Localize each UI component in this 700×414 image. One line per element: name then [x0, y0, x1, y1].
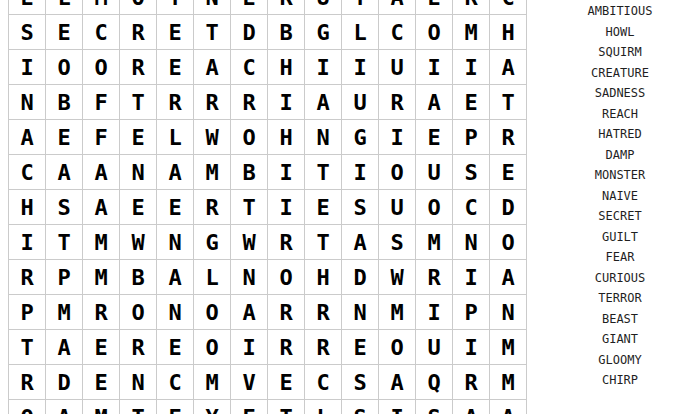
grid-cell[interactable]: O [83, 50, 120, 85]
word-list-item: TERROR [540, 288, 700, 309]
grid-cell[interactable]: O [194, 295, 231, 330]
grid-cell[interactable]: O [416, 15, 453, 50]
grid-cell[interactable]: U [342, 85, 379, 120]
word-list-item: CURIOUS [540, 268, 700, 289]
grid-cell[interactable]: E [416, 120, 453, 155]
grid-cell[interactable]: A [379, 365, 416, 400]
grid-cell[interactable]: I [342, 50, 379, 85]
grid-cell[interactable]: L [305, 400, 342, 414]
grid-cell[interactable]: U [416, 155, 453, 190]
grid-cell[interactable]: T [120, 85, 157, 120]
grid-cell[interactable]: A [379, 0, 416, 15]
word-list-item: NAIVE [540, 186, 700, 207]
grid-cell[interactable]: I [453, 50, 490, 85]
grid-cell[interactable]: O [416, 190, 453, 225]
grid-cell[interactable]: W [120, 225, 157, 260]
grid-cell[interactable]: R [268, 0, 305, 15]
grid-cell[interactable]: R [120, 15, 157, 50]
grid-cell[interactable]: D [490, 190, 527, 225]
grid-cell[interactable]: M [490, 330, 527, 365]
grid-cell[interactable]: R [268, 295, 305, 330]
grid-cell[interactable]: E [157, 400, 194, 414]
grid-cell[interactable]: O [9, 400, 46, 414]
grid-cell[interactable]: T [305, 155, 342, 190]
grid-cell[interactable]: R [305, 330, 342, 365]
grid-cell[interactable]: T [157, 0, 194, 15]
word-list-item: SECRET [540, 206, 700, 227]
grid-cell[interactable]: R [305, 295, 342, 330]
grid-cell[interactable]: O [231, 120, 268, 155]
grid-cell[interactable]: O [490, 225, 527, 260]
grid-cell[interactable]: G [194, 225, 231, 260]
grid-cell[interactable]: B [46, 85, 83, 120]
grid-cell[interactable]: S [9, 15, 46, 50]
grid-cell[interactable]: A [231, 295, 268, 330]
grid-cell[interactable]: O [120, 0, 157, 15]
grid-cell[interactable]: A [46, 155, 83, 190]
grid-cell[interactable]: S [46, 190, 83, 225]
grid-cell[interactable]: P [9, 295, 46, 330]
grid-cell[interactable]: R [490, 120, 527, 155]
grid-cell[interactable]: A [342, 225, 379, 260]
grid-cell[interactable]: R [231, 85, 268, 120]
word-list-item: SADNESS [540, 83, 700, 104]
grid-cell[interactable]: N [490, 295, 527, 330]
grid-cell[interactable]: N [305, 120, 342, 155]
grid-cell[interactable]: U [379, 50, 416, 85]
grid-cell[interactable]: M [490, 365, 527, 400]
grid-cell[interactable]: R [157, 85, 194, 120]
word-list-item: CHIRP [540, 370, 700, 391]
grid-cell[interactable]: C [305, 365, 342, 400]
grid-cell[interactable]: I [268, 190, 305, 225]
grid-cell[interactable]: E [46, 120, 83, 155]
grid-cell[interactable]: S [342, 365, 379, 400]
grid-cell[interactable]: T [46, 225, 83, 260]
grid-cell[interactable]: T [342, 0, 379, 15]
grid-cell[interactable]: O [46, 50, 83, 85]
grid-cell[interactable]: B [120, 260, 157, 295]
grid-cell[interactable]: T [268, 400, 305, 414]
grid-cell[interactable]: C [83, 15, 120, 50]
grid-cell[interactable]: R [453, 0, 490, 15]
grid-cell[interactable]: D [231, 15, 268, 50]
word-search-page: ELMOTNERUTAERCSECRETDBGLCOMHIOOREACHIIUI… [0, 0, 700, 414]
grid-cell[interactable]: I [342, 155, 379, 190]
grid-cell[interactable]: A [83, 190, 120, 225]
grid-cell[interactable]: F [83, 85, 120, 120]
grid-cell[interactable]: E [305, 190, 342, 225]
grid-cell[interactable]: M [194, 155, 231, 190]
grid-cell[interactable]: N [453, 225, 490, 260]
grid-cell[interactable]: O [120, 295, 157, 330]
grid-cell[interactable]: R [9, 365, 46, 400]
grid-cell[interactable]: M [379, 295, 416, 330]
grid-cell[interactable]: U [379, 190, 416, 225]
grid-cell[interactable]: R [83, 295, 120, 330]
grid-cell[interactable]: I [416, 50, 453, 85]
grid-cell[interactable]: A [157, 260, 194, 295]
grid-cell[interactable]: I [231, 330, 268, 365]
grid-cell[interactable]: N [194, 0, 231, 15]
grid-cell[interactable]: I [268, 85, 305, 120]
grid-cell[interactable]: R [453, 365, 490, 400]
grid-cell[interactable]: T [305, 225, 342, 260]
grid-cell[interactable]: R [120, 50, 157, 85]
grid-cell[interactable]: S [342, 190, 379, 225]
grid-cell[interactable]: E [231, 0, 268, 15]
word-list-item: BEAST [540, 309, 700, 330]
grid-cell[interactable]: E [9, 0, 46, 15]
grid-cell[interactable]: Q [416, 365, 453, 400]
grid-cell[interactable]: H [305, 260, 342, 295]
grid-cell[interactable]: I [9, 225, 46, 260]
grid-cell[interactable]: I [268, 155, 305, 190]
word-list-item: GLOOMY [540, 350, 700, 371]
grid-cell[interactable]: M [83, 260, 120, 295]
grid-cell[interactable]: D [342, 260, 379, 295]
grid-cell[interactable]: A [490, 260, 527, 295]
grid-cell[interactable]: M [83, 225, 120, 260]
grid-cell[interactable]: M [83, 400, 120, 414]
grid-cell[interactable]: Y [194, 400, 231, 414]
grid-cell[interactable]: E [231, 400, 268, 414]
grid-cell[interactable]: O [379, 155, 416, 190]
word-list-item: FEAR [540, 247, 700, 268]
grid-cell[interactable]: B [231, 155, 268, 190]
grid-cell[interactable]: A [157, 155, 194, 190]
grid-cell[interactable]: A [453, 400, 490, 414]
word-list-item: MONSTER [540, 165, 700, 186]
grid-cell[interactable]: E [157, 190, 194, 225]
grid-cell[interactable]: I [9, 50, 46, 85]
grid-cell[interactable]: H [268, 50, 305, 85]
grid-cell[interactable]: A [46, 400, 83, 414]
grid-cell[interactable]: T [120, 400, 157, 414]
word-list-item: CREATURE [540, 63, 700, 84]
grid-cell[interactable]: L [46, 0, 83, 15]
grid-cell[interactable]: A [194, 50, 231, 85]
grid-cell[interactable]: E [83, 365, 120, 400]
grid-cell[interactable]: R [268, 225, 305, 260]
grid-cell[interactable]: I [305, 50, 342, 85]
grid-cell[interactable]: A [83, 155, 120, 190]
grid-cell[interactable]: R [268, 330, 305, 365]
grid-cell[interactable]: U [305, 0, 342, 15]
grid-cell[interactable]: I [379, 120, 416, 155]
grid-cell[interactable]: P [453, 295, 490, 330]
grid-cell[interactable]: C [379, 15, 416, 50]
grid-cell[interactable]: M [453, 15, 490, 50]
grid-cell[interactable]: P [46, 260, 83, 295]
grid-cell[interactable]: R [379, 85, 416, 120]
grid-cell[interactable]: M [194, 365, 231, 400]
grid-cell[interactable]: T [194, 15, 231, 50]
grid-cell[interactable]: R [194, 190, 231, 225]
grid-cell[interactable]: A [305, 85, 342, 120]
grid-cell[interactable]: C [490, 0, 527, 15]
grid-cell[interactable]: A [9, 120, 46, 155]
grid-cell[interactable]: E [157, 50, 194, 85]
grid-cell[interactable]: L [342, 15, 379, 50]
grid-cell[interactable]: I [453, 260, 490, 295]
grid-cell[interactable]: I [416, 295, 453, 330]
grid-cell[interactable]: B [268, 15, 305, 50]
grid-cell[interactable]: E [46, 15, 83, 50]
word-list-item: GUILT [540, 227, 700, 248]
grid-cell[interactable]: U [416, 330, 453, 365]
word-list-item: SQUIRM [540, 42, 700, 63]
grid-cell[interactable]: A [490, 400, 527, 414]
grid-cell[interactable]: N [9, 85, 46, 120]
grid-cell[interactable]: O [194, 330, 231, 365]
grid-cell[interactable]: C [9, 155, 46, 190]
grid-cell[interactable]: C [157, 365, 194, 400]
grid-cell[interactable]: A [490, 50, 527, 85]
grid-cell[interactable]: E [157, 330, 194, 365]
grid-cell[interactable]: R [194, 85, 231, 120]
grid-cell[interactable]: E [120, 120, 157, 155]
grid-cell[interactable]: R [9, 260, 46, 295]
grid-cell[interactable]: E [490, 155, 527, 190]
grid-cell[interactable]: N [120, 365, 157, 400]
grid-cell[interactable]: A [46, 330, 83, 365]
grid-cell[interactable]: F [83, 120, 120, 155]
grid-cell[interactable]: G [342, 120, 379, 155]
word-list-item: GIANT [540, 329, 700, 350]
grid-cell[interactable]: G [305, 15, 342, 50]
grid-cell[interactable]: A [416, 85, 453, 120]
grid-cell[interactable]: S [453, 155, 490, 190]
grid-cell[interactable]: M [416, 225, 453, 260]
word-list-item: HOWL [540, 22, 700, 43]
grid-cell[interactable]: N [120, 155, 157, 190]
grid-cell[interactable]: N [231, 260, 268, 295]
grid-cell[interactable]: N [342, 295, 379, 330]
grid-cell[interactable]: O [379, 330, 416, 365]
grid-cell[interactable]: I [453, 330, 490, 365]
grid-cell[interactable]: E [83, 330, 120, 365]
grid-cell[interactable]: E [416, 0, 453, 15]
word-list-item: REACH [540, 104, 700, 125]
grid-cell[interactable]: P [453, 120, 490, 155]
grid-cell[interactable]: E [268, 365, 305, 400]
grid-cell[interactable]: C [453, 190, 490, 225]
grid-cell[interactable]: R [416, 260, 453, 295]
word-list-item: HATRED [540, 124, 700, 145]
grid-cell[interactable]: T [490, 85, 527, 120]
word-list-item: DAMP [540, 145, 700, 166]
grid-cell[interactable]: N [157, 225, 194, 260]
grid-cell[interactable]: I [379, 400, 416, 414]
grid-cell[interactable]: W [231, 225, 268, 260]
grid-cell[interactable]: E [342, 330, 379, 365]
grid-cell[interactable]: H [9, 190, 46, 225]
grid-cell[interactable]: S [342, 400, 379, 414]
grid-cell[interactable]: W [379, 260, 416, 295]
grid-cell[interactable]: S [416, 400, 453, 414]
grid-cell[interactable]: T [231, 190, 268, 225]
grid-cell[interactable]: L [194, 260, 231, 295]
grid-cell[interactable]: N [157, 295, 194, 330]
grid-cell[interactable]: R [120, 330, 157, 365]
grid-cell[interactable]: M [83, 0, 120, 15]
grid-cell[interactable]: E [453, 85, 490, 120]
word-list-item: AMBITIOUS [540, 1, 700, 22]
grid-cell[interactable]: S [379, 225, 416, 260]
grid-cell[interactable]: M [46, 295, 83, 330]
grid-cell[interactable]: L [157, 120, 194, 155]
grid-cell[interactable]: H [490, 15, 527, 50]
grid-cell[interactable]: C [231, 50, 268, 85]
grid-cell[interactable]: E [157, 15, 194, 50]
grid-cell[interactable]: T [9, 330, 46, 365]
word-list: AMBITIOUSHOWLSQUIRMCREATURESADNESSREACHH… [540, 1, 700, 391]
grid-cell[interactable]: E [120, 190, 157, 225]
word-search-grid[interactable]: ELMOTNERUTAERCSECRETDBGLCOMHIOOREACHIIUI… [8, 0, 527, 414]
grid-cell[interactable]: O [268, 260, 305, 295]
grid-cell[interactable]: D [46, 365, 83, 400]
grid-cell[interactable]: V [231, 365, 268, 400]
grid-cell[interactable]: W [194, 120, 231, 155]
grid-cell[interactable]: H [268, 120, 305, 155]
